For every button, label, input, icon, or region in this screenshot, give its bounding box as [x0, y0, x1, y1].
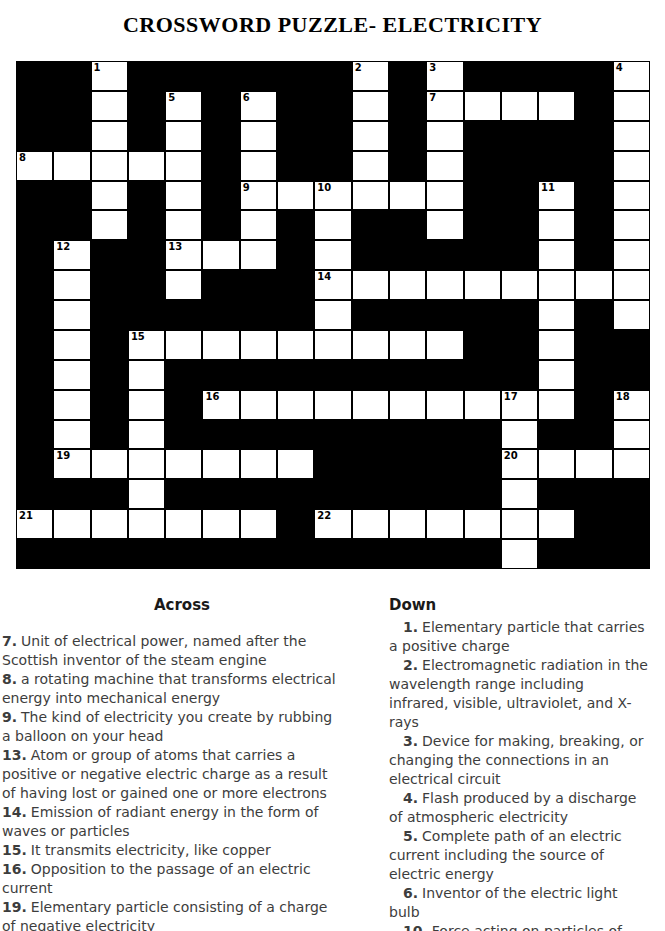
grid-cell[interactable]: [240, 390, 277, 420]
grid-cell-black: [202, 479, 239, 509]
cell-number: 18: [616, 391, 630, 402]
grid-cell[interactable]: [240, 121, 277, 151]
grid-cell-black: [16, 91, 53, 121]
grid-cell-black: [389, 420, 426, 450]
grid-cell-black: [16, 330, 53, 360]
grid-cell-black: [16, 181, 53, 211]
grid-cell[interactable]: [613, 300, 650, 330]
cell-number: 10: [317, 182, 331, 193]
grid-cell[interactable]: [538, 91, 575, 121]
grid-cell[interactable]: 2: [352, 61, 389, 91]
grid-cell-black: [314, 420, 351, 450]
grid-cell[interactable]: [240, 330, 277, 360]
grid-cell-black: [277, 61, 314, 91]
grid-cell[interactable]: [165, 509, 202, 539]
grid-cell[interactable]: [538, 360, 575, 390]
grid-cell-black: [538, 539, 575, 569]
grid-cell-black: [389, 360, 426, 390]
grid-cell[interactable]: 16: [202, 390, 239, 420]
grid-cell-black: [575, 509, 612, 539]
grid-cell[interactable]: [538, 210, 575, 240]
grid-cell-black: [501, 121, 538, 151]
grid-cell[interactable]: 9: [240, 181, 277, 211]
grid-cell-black: [277, 420, 314, 450]
grid-cell[interactable]: 19: [53, 449, 90, 479]
grid-cell[interactable]: [240, 449, 277, 479]
grid-cell-black: [314, 61, 351, 91]
grid-cell-black: [16, 479, 53, 509]
grid-cell-black: [16, 539, 53, 569]
grid-cell[interactable]: [91, 509, 128, 539]
grid-cell-black: [426, 539, 463, 569]
grid-cell[interactable]: [53, 151, 90, 181]
grid-cell-black: [240, 420, 277, 450]
grid-cell-black: [16, 270, 53, 300]
grid-cell-black: [314, 91, 351, 121]
cell-number: 7: [429, 92, 436, 103]
grid-cell-black: [128, 91, 165, 121]
grid-cell-black: [277, 270, 314, 300]
grid-cell[interactable]: [575, 270, 612, 300]
clue-number: 2.: [403, 657, 418, 673]
across-clue-7: 7.Unit of electrical power, named after …: [2, 632, 362, 670]
grid-cell[interactable]: [128, 449, 165, 479]
grid-cell-black: [613, 479, 650, 509]
grid-cell[interactable]: [240, 240, 277, 270]
grid-cell-black: [389, 300, 426, 330]
down-clues: 1.Elementary particle that carries a pos…: [389, 618, 665, 931]
grid-cell[interactable]: [277, 449, 314, 479]
across-clue-19: 19.Elementary particle consisting of a c…: [2, 898, 362, 931]
grid-cell[interactable]: [352, 270, 389, 300]
grid-cell-black: [53, 539, 90, 569]
grid-cell-black: [16, 121, 53, 151]
grid-cell-black: [165, 420, 202, 450]
grid-cell-black: [389, 210, 426, 240]
grid-cell-black: [575, 479, 612, 509]
grid-cell[interactable]: [91, 151, 128, 181]
clue-number: 4.: [403, 790, 418, 806]
grid-cell-black: [464, 240, 501, 270]
grid-cell[interactable]: [91, 181, 128, 211]
grid-cell-black: [165, 390, 202, 420]
grid-cell[interactable]: [277, 390, 314, 420]
grid-cell[interactable]: [91, 210, 128, 240]
grid-cell[interactable]: [613, 240, 650, 270]
grid-cell-black: [501, 61, 538, 91]
grid-cell-black: [202, 210, 239, 240]
grid-cell[interactable]: [501, 420, 538, 450]
grid-cell[interactable]: [53, 270, 90, 300]
grid-cell[interactable]: 11: [538, 181, 575, 211]
clue-number: 8.: [2, 671, 17, 687]
grid-cell-black: [202, 300, 239, 330]
grid-cell-black: [613, 330, 650, 360]
grid-cell[interactable]: [538, 449, 575, 479]
grid-cell-black: [202, 61, 239, 91]
grid-cell[interactable]: [464, 390, 501, 420]
clue-text: Atom or group of atoms that carries a po…: [2, 747, 327, 801]
grid-cell[interactable]: [165, 449, 202, 479]
grid-cell-black: [538, 420, 575, 450]
grid-cell-black: [613, 509, 650, 539]
cell-number: 2: [355, 62, 362, 73]
grid-cell-black: [16, 390, 53, 420]
grid-cell[interactable]: 20: [501, 449, 538, 479]
across-clue-9: 9.The kind of electricity you create by …: [2, 708, 362, 746]
across-clue-15: 15.It transmits electricity, like copper: [2, 841, 362, 860]
cell-number: 8: [19, 152, 26, 163]
grid-cell-black: [538, 121, 575, 151]
grid-cell-black: [352, 210, 389, 240]
grid-cell[interactable]: 8: [16, 151, 53, 181]
grid-cell[interactable]: [53, 330, 90, 360]
grid-cell[interactable]: [426, 390, 463, 420]
grid-cell-black: [575, 61, 612, 91]
grid-cell[interactable]: [165, 121, 202, 151]
clue-number: 15.: [2, 842, 27, 858]
grid-cell[interactable]: [389, 330, 426, 360]
grid-cell-black: [53, 479, 90, 509]
grid-cell[interactable]: [352, 330, 389, 360]
grid-cell[interactable]: 1: [91, 61, 128, 91]
grid-cell-black: [575, 151, 612, 181]
grid-cell-black: [91, 270, 128, 300]
grid-cell[interactable]: [53, 420, 90, 450]
grid-cell-black: [314, 449, 351, 479]
clue-text: Opposition to the passage of an electric…: [2, 861, 311, 896]
cell-number: 13: [168, 241, 182, 252]
grid-cell-black: [91, 420, 128, 450]
grid-cell[interactable]: [277, 330, 314, 360]
grid-cell-black: [464, 210, 501, 240]
clue-text: Emission of radiant energy in the form o…: [2, 804, 318, 839]
grid-cell-black: [91, 240, 128, 270]
clue-text: The kind of electricity you create by ru…: [2, 709, 332, 744]
grid-cell[interactable]: 13: [165, 240, 202, 270]
grid-cell-black: [202, 360, 239, 390]
cell-number: 4: [616, 62, 623, 73]
grid-cell-black: [240, 61, 277, 91]
grid-cell-black: [91, 539, 128, 569]
grid-cell[interactable]: [352, 91, 389, 121]
grid-cell[interactable]: [426, 181, 463, 211]
grid-cell[interactable]: [426, 270, 463, 300]
down-clue-5: 5.Complete path of an electric current i…: [389, 827, 665, 884]
grid-cell-black: [202, 539, 239, 569]
grid-cell[interactable]: [464, 509, 501, 539]
grid-cell[interactable]: [352, 509, 389, 539]
grid-cell-black: [314, 479, 351, 509]
grid-cell-black: [53, 210, 90, 240]
cell-number: 15: [131, 331, 145, 342]
grid-cell-black: [575, 539, 612, 569]
grid-cell[interactable]: [613, 91, 650, 121]
grid-cell-black: [613, 360, 650, 390]
grid-cell[interactable]: 5: [165, 91, 202, 121]
grid-cell[interactable]: [277, 181, 314, 211]
grid-cell[interactable]: [389, 181, 426, 211]
grid-cell-black: [165, 300, 202, 330]
grid-cell[interactable]: 18: [613, 390, 650, 420]
grid-cell[interactable]: 17: [501, 390, 538, 420]
clue-number: 9.: [2, 709, 17, 725]
grid-cell-black: [575, 240, 612, 270]
grid-cell[interactable]: [501, 270, 538, 300]
clue-number: 13.: [2, 747, 27, 763]
grid-cell-black: [128, 210, 165, 240]
grid-cell[interactable]: [613, 181, 650, 211]
grid-cell-black: [464, 181, 501, 211]
clue-text: Flash produced by a discharge of atmosph…: [389, 790, 636, 825]
grid-cell[interactable]: [165, 210, 202, 240]
grid-cell[interactable]: [426, 151, 463, 181]
grid-cell[interactable]: [202, 240, 239, 270]
grid-cell-black: [501, 360, 538, 390]
grid-cell[interactable]: [389, 270, 426, 300]
grid-cell[interactable]: [53, 509, 90, 539]
clue-text: Device for making, breaking, or changing…: [389, 733, 643, 787]
grid-cell[interactable]: [91, 121, 128, 151]
grid-cell[interactable]: [128, 360, 165, 390]
grid-cell-black: [91, 330, 128, 360]
grid-cell-black: [464, 539, 501, 569]
grid-cell-black: [277, 151, 314, 181]
down-clue-6: 6.Inventor of the electric light bulb: [389, 884, 665, 922]
grid-cell-black: [53, 121, 90, 151]
grid-cell[interactable]: [91, 449, 128, 479]
grid-cell[interactable]: 10: [314, 181, 351, 211]
down-clue-2: 2.Electromagnetic radiation in the wavel…: [389, 656, 665, 732]
grid-cell[interactable]: [426, 509, 463, 539]
grid-cell[interactable]: [352, 181, 389, 211]
crossword-grid: 12345678910111213141516171819202122: [16, 61, 650, 569]
clue-text: Complete path of an electric current inc…: [389, 828, 622, 882]
grid-cell-black: [501, 300, 538, 330]
grid-cell-black: [202, 121, 239, 151]
cell-number: 20: [504, 450, 518, 461]
grid-cell[interactable]: 7: [426, 91, 463, 121]
grid-cell[interactable]: [202, 330, 239, 360]
grid-cell-black: [575, 91, 612, 121]
grid-cell[interactable]: [128, 390, 165, 420]
grid-cell[interactable]: [165, 270, 202, 300]
grid-cell[interactable]: [538, 240, 575, 270]
grid-cell[interactable]: 6: [240, 91, 277, 121]
grid-cell[interactable]: [165, 151, 202, 181]
cell-number: 9: [243, 182, 250, 193]
grid-cell[interactable]: [165, 181, 202, 211]
grid-cell[interactable]: [538, 330, 575, 360]
clue-text: Electromagnetic radiation in the wavelen…: [389, 657, 648, 730]
clue-text: Force acting on particles of: [432, 923, 622, 931]
grid-cell[interactable]: [53, 360, 90, 390]
grid-cell-black: [277, 300, 314, 330]
grid-cell-black: [538, 479, 575, 509]
clue-number: 1.: [403, 619, 418, 635]
grid-cell[interactable]: [314, 330, 351, 360]
grid-cell-black: [128, 300, 165, 330]
grid-cell[interactable]: 14: [314, 270, 351, 300]
cell-number: 6: [243, 92, 250, 103]
grid-cell[interactable]: [240, 210, 277, 240]
grid-cell-black: [240, 270, 277, 300]
grid-cell-black: [575, 300, 612, 330]
grid-cell[interactable]: [389, 390, 426, 420]
grid-cell[interactable]: [128, 479, 165, 509]
grid-cell[interactable]: 22: [314, 509, 351, 539]
grid-cell-black: [277, 91, 314, 121]
grid-cell[interactable]: [352, 390, 389, 420]
down-clue-1: 1.Elementary particle that carries a pos…: [389, 618, 665, 656]
grid-cell[interactable]: [464, 270, 501, 300]
cell-number: 5: [168, 92, 175, 103]
grid-cell[interactable]: [613, 449, 650, 479]
grid-cell[interactable]: [240, 509, 277, 539]
grid-cell[interactable]: [314, 240, 351, 270]
across-clue-16: 16.Opposition to the passage of an elect…: [2, 860, 362, 898]
cell-number: 22: [317, 510, 331, 521]
cell-number: 1: [94, 62, 101, 73]
grid-cell-black: [464, 420, 501, 450]
grid-cell[interactable]: [426, 121, 463, 151]
grid-cell-black: [464, 121, 501, 151]
grid-cell-black: [91, 360, 128, 390]
across-clue-14: 14.Emission of radiant energy in the for…: [2, 803, 362, 841]
grid-cell[interactable]: [613, 270, 650, 300]
grid-cell[interactable]: 15: [128, 330, 165, 360]
grid-cell[interactable]: [240, 151, 277, 181]
grid-cell[interactable]: [53, 390, 90, 420]
grid-cell-black: [613, 539, 650, 569]
clue-text: a rotating machine that transforms elect…: [2, 671, 336, 706]
clue-text: Elementary particle that carries a posit…: [389, 619, 645, 654]
grid-cell-black: [352, 539, 389, 569]
across-heading: Across: [2, 596, 362, 615]
grid-cell[interactable]: [128, 151, 165, 181]
grid-cell[interactable]: [352, 151, 389, 181]
grid-cell-black: [464, 151, 501, 181]
grid-cell-black: [464, 61, 501, 91]
grid-cell-black: [202, 151, 239, 181]
clue-text: It transmits electricity, like copper: [31, 842, 271, 858]
grid-cell-black: [91, 390, 128, 420]
grid-cell[interactable]: [128, 420, 165, 450]
grid-cell-black: [16, 61, 53, 91]
grid-cell[interactable]: [501, 509, 538, 539]
grid-cell-black: [128, 121, 165, 151]
grid-cell-black: [314, 539, 351, 569]
grid-cell[interactable]: [613, 151, 650, 181]
clue-number: 6.: [403, 885, 418, 901]
grid-cell[interactable]: 12: [53, 240, 90, 270]
cell-number: 11: [541, 182, 555, 193]
grid-cell[interactable]: [165, 330, 202, 360]
grid-cell[interactable]: [352, 121, 389, 151]
grid-cell-black: [464, 330, 501, 360]
grid-cell[interactable]: [538, 390, 575, 420]
grid-cell[interactable]: [314, 210, 351, 240]
grid-cell[interactable]: [613, 420, 650, 450]
grid-cell-black: [16, 300, 53, 330]
grid-cell-black: [501, 330, 538, 360]
across-section: Across 7.Unit of electrical power, named…: [2, 596, 362, 931]
down-clue-10: 10.Force acting on particles of: [389, 922, 665, 931]
grid-cell[interactable]: [501, 91, 538, 121]
grid-cell-black: [501, 210, 538, 240]
grid-cell[interactable]: [202, 449, 239, 479]
grid-cell-black: [314, 360, 351, 390]
grid-cell-black: [352, 449, 389, 479]
grid-cell-black: [240, 479, 277, 509]
grid-cell-black: [426, 420, 463, 450]
across-clue-13: 13.Atom or group of atoms that carries a…: [2, 746, 362, 803]
grid-cell[interactable]: [501, 539, 538, 569]
grid-cell-black: [575, 420, 612, 450]
grid-cell-black: [53, 61, 90, 91]
cell-number: 3: [429, 62, 436, 73]
grid-cell-black: [389, 151, 426, 181]
grid-cell[interactable]: [613, 210, 650, 240]
grid-cell-black: [575, 360, 612, 390]
grid-cell[interactable]: [91, 91, 128, 121]
grid-cell-black: [277, 240, 314, 270]
grid-cell[interactable]: [613, 121, 650, 151]
grid-cell[interactable]: [426, 210, 463, 240]
grid-cell[interactable]: [501, 479, 538, 509]
grid-cell[interactable]: [314, 300, 351, 330]
grid-cell-black: [53, 181, 90, 211]
grid-cell-black: [16, 420, 53, 450]
grid-cell-black: [501, 181, 538, 211]
grid-cell[interactable]: 21: [16, 509, 53, 539]
grid-cell[interactable]: [538, 300, 575, 330]
grid-cell[interactable]: [314, 390, 351, 420]
grid-cell-black: [240, 539, 277, 569]
cell-number: 17: [504, 391, 518, 402]
grid-cell-black: [575, 181, 612, 211]
grid-cell[interactable]: [53, 300, 90, 330]
down-section: Down 1.Elementary particle that carries …: [389, 596, 665, 931]
grid-cell-black: [314, 121, 351, 151]
grid-cell[interactable]: [426, 330, 463, 360]
grid-cell[interactable]: [128, 509, 165, 539]
grid-cell-black: [426, 449, 463, 479]
grid-cell[interactable]: [538, 270, 575, 300]
grid-cell[interactable]: [202, 509, 239, 539]
grid-cell-black: [128, 240, 165, 270]
grid-cell-black: [389, 240, 426, 270]
grid-cell-black: [389, 61, 426, 91]
grid-cell-black: [575, 121, 612, 151]
grid-cell-black: [426, 300, 463, 330]
grid-cell-black: [426, 240, 463, 270]
grid-cell[interactable]: [538, 509, 575, 539]
grid-cell[interactable]: [464, 91, 501, 121]
grid-cell-black: [202, 181, 239, 211]
grid-cell[interactable]: [389, 509, 426, 539]
cell-number: 12: [56, 241, 70, 252]
grid-cell[interactable]: [575, 449, 612, 479]
grid-cell[interactable]: 4: [613, 61, 650, 91]
grid-cell-black: [128, 270, 165, 300]
grid-cell-black: [165, 360, 202, 390]
grid-cell-black: [165, 539, 202, 569]
grid-cell-black: [538, 61, 575, 91]
grid-cell[interactable]: 3: [426, 61, 463, 91]
grid-cell-black: [277, 479, 314, 509]
clue-number: 10.: [403, 923, 428, 931]
